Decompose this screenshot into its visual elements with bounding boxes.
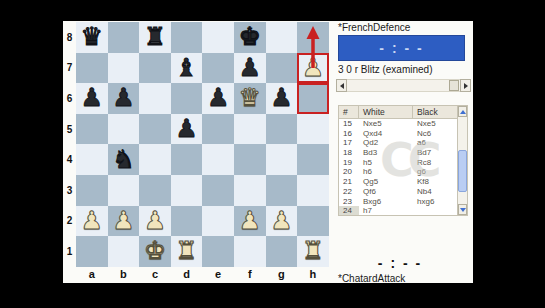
move-cell-num[interactable]: 22 bbox=[339, 187, 359, 197]
square-e2[interactable] bbox=[202, 206, 234, 237]
move-cell-black[interactable] bbox=[413, 206, 457, 215]
move-row-24[interactable]: 24h7 bbox=[339, 206, 457, 215]
wp-piece-c2: ♟ bbox=[144, 206, 166, 236]
square-h3[interactable] bbox=[297, 175, 329, 206]
square-g5[interactable] bbox=[266, 114, 298, 145]
square-f6[interactable]: ♛ bbox=[234, 83, 266, 114]
square-b6[interactable]: ♟ bbox=[108, 83, 140, 114]
vertical-scrollbar[interactable] bbox=[457, 106, 467, 215]
game-info-label: 3 0 r Blitz (examined) bbox=[338, 64, 432, 75]
move-cell-black[interactable]: Bd7 bbox=[413, 148, 457, 158]
move-cell-black[interactable]: Rc8 bbox=[413, 158, 457, 168]
move-cell-num[interactable]: 21 bbox=[339, 177, 359, 187]
bq-piece-a8: ♛ bbox=[81, 22, 103, 52]
square-h5[interactable] bbox=[297, 114, 329, 145]
square-h2[interactable] bbox=[297, 206, 329, 237]
square-d2[interactable] bbox=[171, 206, 203, 237]
move-row-15[interactable]: 15Nxe5Nxe5 bbox=[339, 119, 457, 129]
square-f7[interactable]: ♟ bbox=[234, 53, 266, 84]
rank-label-1: 1 bbox=[63, 236, 76, 267]
rank-label-4: 4 bbox=[63, 144, 76, 175]
player-name-top: *FrenchDefence bbox=[338, 22, 410, 33]
move-cell-white[interactable]: Bd3 bbox=[359, 148, 413, 158]
file-label-c: c bbox=[139, 267, 171, 281]
square-c6[interactable] bbox=[139, 83, 171, 114]
square-e4[interactable] bbox=[202, 144, 234, 175]
square-h8[interactable] bbox=[297, 22, 329, 53]
move-row-22[interactable]: 22Qf6Nb4 bbox=[339, 187, 457, 197]
move-cell-num[interactable]: 18 bbox=[339, 148, 359, 158]
square-a8[interactable]: ♛ bbox=[76, 22, 108, 53]
file-label-d: d bbox=[171, 267, 203, 281]
up-arrow-icon bbox=[460, 110, 466, 114]
move-cell-white[interactable]: h5 bbox=[359, 158, 413, 168]
rank-label-3: 3 bbox=[63, 175, 76, 206]
file-labels: abcdefgh bbox=[76, 267, 329, 281]
bp-piece-b6: ♟ bbox=[112, 83, 134, 113]
square-d3[interactable] bbox=[171, 175, 203, 206]
move-cell-num[interactable]: 20 bbox=[339, 167, 359, 177]
bn-piece-b4: ♞ bbox=[112, 145, 134, 175]
square-e5[interactable] bbox=[202, 114, 234, 145]
square-h4[interactable] bbox=[297, 144, 329, 175]
square-b1[interactable] bbox=[108, 236, 140, 267]
rank-label-8: 8 bbox=[63, 22, 76, 53]
square-a7[interactable] bbox=[76, 53, 108, 84]
header-move-number: # bbox=[339, 106, 359, 118]
bp-piece-a6: ♟ bbox=[81, 83, 103, 113]
bp-piece-f7: ♟ bbox=[239, 53, 261, 83]
square-g2[interactable]: ♟ bbox=[266, 206, 298, 237]
move-cell-num[interactable]: 15 bbox=[339, 119, 359, 129]
square-e3[interactable] bbox=[202, 175, 234, 206]
move-list-header: # White Black bbox=[339, 106, 457, 119]
move-cell-black[interactable]: Kf8 bbox=[413, 177, 457, 187]
file-label-f: f bbox=[234, 267, 266, 281]
move-row-19[interactable]: 19h5Rc8 bbox=[339, 158, 457, 168]
header-black: Black bbox=[413, 106, 457, 118]
square-c2[interactable]: ♟ bbox=[139, 206, 171, 237]
bp-piece-e6: ♟ bbox=[207, 83, 229, 113]
square-c3[interactable] bbox=[139, 175, 171, 206]
move-cell-white[interactable]: h7 bbox=[359, 206, 413, 215]
rank-label-5: 5 bbox=[63, 114, 76, 145]
side-panel: *FrenchDefence - : - - 3 0 r Blitz (exam… bbox=[336, 21, 473, 283]
horizontal-scroll-thumb[interactable] bbox=[449, 80, 459, 91]
square-b5[interactable] bbox=[108, 114, 140, 145]
square-f4[interactable] bbox=[234, 144, 266, 175]
move-cell-white[interactable]: Qxd4 bbox=[359, 129, 413, 139]
rank-labels: 87654321 bbox=[63, 22, 76, 267]
square-a2[interactable]: ♟ bbox=[76, 206, 108, 237]
file-label-h: h bbox=[297, 267, 329, 281]
square-d7[interactable]: ♝ bbox=[171, 53, 203, 84]
move-cell-white[interactable]: Qg5 bbox=[359, 177, 413, 187]
clock-bottom: - : - - bbox=[340, 255, 460, 271]
square-g8[interactable] bbox=[266, 22, 298, 53]
square-b4[interactable]: ♞ bbox=[108, 144, 140, 175]
file-label-a: a bbox=[76, 267, 108, 281]
wk-piece-c1: ♚ bbox=[144, 236, 166, 266]
horizontal-scrollbar[interactable] bbox=[336, 79, 471, 92]
square-g1[interactable] bbox=[266, 236, 298, 267]
square-a3[interactable] bbox=[76, 175, 108, 206]
move-cell-black[interactable]: g6 bbox=[413, 167, 457, 177]
left-arrow-icon bbox=[340, 83, 344, 89]
scroll-down-button[interactable] bbox=[458, 204, 467, 215]
wp-piece-h7: ♟ bbox=[302, 53, 324, 83]
square-a1[interactable] bbox=[76, 236, 108, 267]
scroll-left-button[interactable] bbox=[336, 79, 347, 92]
move-row-16[interactable]: 16Qxd4Nc6 bbox=[339, 129, 457, 139]
player-name-bottom: *ChatardAttack bbox=[338, 273, 405, 284]
rank-label-2: 2 bbox=[63, 206, 76, 237]
square-e1[interactable] bbox=[202, 236, 234, 267]
move-row-21[interactable]: 21Qg5Kf8 bbox=[339, 177, 457, 187]
square-b3[interactable] bbox=[108, 175, 140, 206]
move-cell-white[interactable]: Qf6 bbox=[359, 187, 413, 197]
clock-top: - : - - bbox=[338, 35, 465, 61]
scroll-up-button[interactable] bbox=[458, 106, 467, 117]
square-f1[interactable] bbox=[234, 236, 266, 267]
square-c1[interactable]: ♚ bbox=[139, 236, 171, 267]
wp-piece-a2: ♟ bbox=[81, 206, 103, 236]
file-label-b: b bbox=[108, 267, 140, 281]
move-cell-black[interactable]: hxg6 bbox=[413, 197, 457, 207]
square-e6[interactable]: ♟ bbox=[202, 83, 234, 114]
square-c7[interactable] bbox=[139, 53, 171, 84]
right-arrow-icon bbox=[464, 83, 468, 89]
bp-piece-g6: ♟ bbox=[270, 83, 292, 113]
vertical-scroll-thumb[interactable] bbox=[458, 150, 467, 192]
rank-label-7: 7 bbox=[63, 53, 76, 84]
square-e7[interactable] bbox=[202, 53, 234, 84]
move-cell-black[interactable]: a6 bbox=[413, 138, 457, 148]
square-g7[interactable] bbox=[266, 53, 298, 84]
rank-label-6: 6 bbox=[63, 83, 76, 114]
move-cell-white[interactable]: Qd2 bbox=[359, 138, 413, 148]
bk-piece-f8: ♚ bbox=[239, 22, 261, 52]
square-d6[interactable] bbox=[171, 83, 203, 114]
move-cell-black[interactable]: Nxe5 bbox=[413, 119, 457, 129]
bb-piece-d7: ♝ bbox=[175, 53, 197, 83]
file-label-e: e bbox=[202, 267, 234, 281]
move-list-body: 15Nxe5Nxe516Qxd4Nc617Qd2a618Bd3Bd719h5Rc… bbox=[339, 119, 457, 215]
move-row-20[interactable]: 20h6g6 bbox=[339, 167, 457, 177]
br-piece-c8: ♜ bbox=[144, 22, 166, 52]
square-b8[interactable] bbox=[108, 22, 140, 53]
down-arrow-icon bbox=[460, 208, 466, 212]
square-d5[interactable]: ♟ bbox=[171, 114, 203, 145]
square-h6[interactable] bbox=[297, 83, 329, 114]
app-window: 87654321 ♛♜♚♝♟♟♟♟♟♛♟♟♞♟♟♟♟♟♚♜♜ abcdefgh … bbox=[63, 21, 473, 283]
bp-piece-d5: ♟ bbox=[175, 114, 197, 144]
move-cell-black[interactable]: Nc6 bbox=[413, 129, 457, 139]
square-a6[interactable]: ♟ bbox=[76, 83, 108, 114]
header-white: White bbox=[359, 106, 413, 118]
chess-board: ♛♜♚♝♟♟♟♟♟♛♟♟♞♟♟♟♟♟♚♜♜ bbox=[76, 22, 329, 267]
square-e8[interactable] bbox=[202, 22, 234, 53]
square-f3[interactable] bbox=[234, 175, 266, 206]
move-cell-num[interactable]: 16 bbox=[339, 129, 359, 139]
move-cell-num[interactable]: 23 bbox=[339, 197, 359, 207]
square-c5[interactable] bbox=[139, 114, 171, 145]
move-row-17[interactable]: 17Qd2a6 bbox=[339, 138, 457, 148]
square-b2[interactable]: ♟ bbox=[108, 206, 140, 237]
square-d1[interactable]: ♜ bbox=[171, 236, 203, 267]
move-cell-num[interactable]: 24 bbox=[339, 206, 359, 215]
square-g3[interactable] bbox=[266, 175, 298, 206]
chess-board-section: 87654321 ♛♜♚♝♟♟♟♟♟♛♟♟♞♟♟♟♟♟♚♜♜ abcdefgh bbox=[63, 21, 336, 283]
wp-piece-b2: ♟ bbox=[112, 206, 134, 236]
square-f5[interactable] bbox=[234, 114, 266, 145]
move-cell-white[interactable]: Nxe5 bbox=[359, 119, 413, 129]
file-label-g: g bbox=[266, 267, 298, 281]
square-h7[interactable]: ♟ bbox=[297, 53, 329, 84]
square-g4[interactable] bbox=[266, 144, 298, 175]
wp-piece-f2: ♟ bbox=[239, 206, 261, 236]
square-d4[interactable] bbox=[171, 144, 203, 175]
square-g6[interactable]: ♟ bbox=[266, 83, 298, 114]
wr-piece-h1: ♜ bbox=[302, 236, 324, 266]
move-cell-num[interactable]: 17 bbox=[339, 138, 359, 148]
move-cell-num[interactable]: 19 bbox=[339, 158, 359, 168]
square-f8[interactable]: ♚ bbox=[234, 22, 266, 53]
square-c8[interactable]: ♜ bbox=[139, 22, 171, 53]
scroll-right-button[interactable] bbox=[460, 79, 471, 92]
video-frame: 87654321 ♛♜♚♝♟♟♟♟♟♛♟♟♞♟♟♟♟♟♚♜♜ abcdefgh … bbox=[0, 0, 545, 308]
move-cell-white[interactable]: h6 bbox=[359, 167, 413, 177]
square-d8[interactable] bbox=[171, 22, 203, 53]
horizontal-scroll-track[interactable] bbox=[347, 79, 460, 92]
move-cell-black[interactable]: Nb4 bbox=[413, 187, 457, 197]
square-f2[interactable]: ♟ bbox=[234, 206, 266, 237]
move-row-18[interactable]: 18Bd3Bd7 bbox=[339, 148, 457, 158]
move-list-table: # White Black 15Nxe5Nxe516Qxd4Nc617Qd2a6… bbox=[338, 105, 468, 216]
vertical-scroll-track[interactable] bbox=[458, 117, 467, 204]
wr-piece-d1: ♜ bbox=[175, 236, 197, 266]
square-h1[interactable]: ♜ bbox=[297, 236, 329, 267]
wp-piece-g2: ♟ bbox=[270, 206, 292, 236]
square-c4[interactable] bbox=[139, 144, 171, 175]
move-row-23[interactable]: 23Bxg6hxg6 bbox=[339, 197, 457, 207]
square-b7[interactable] bbox=[108, 53, 140, 84]
wq-piece-f6: ♛ bbox=[239, 83, 261, 113]
move-cell-white[interactable]: Bxg6 bbox=[359, 197, 413, 207]
square-a4[interactable] bbox=[76, 144, 108, 175]
square-a5[interactable] bbox=[76, 114, 108, 145]
